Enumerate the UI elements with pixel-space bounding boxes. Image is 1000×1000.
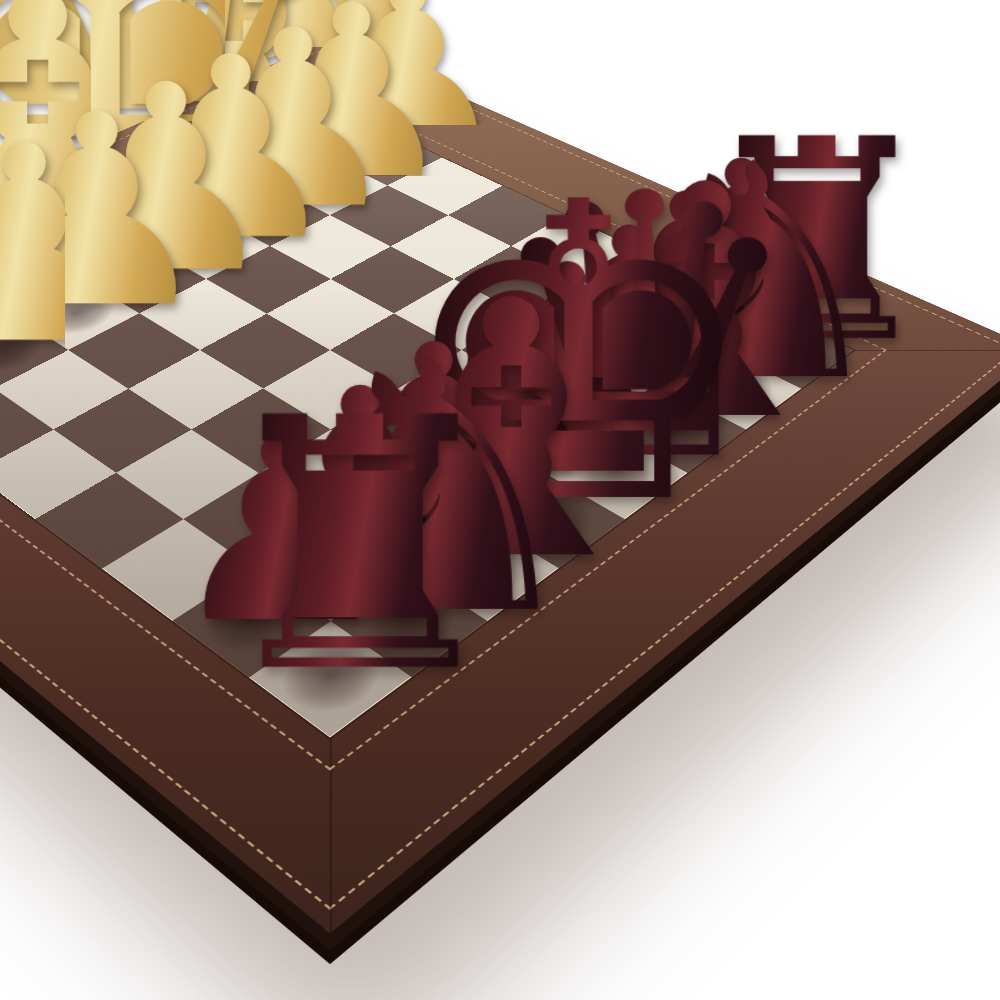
piece-red-rook[interactable]: ♜ (205, 382, 516, 712)
piece-boxwood-pawn[interactable]: ♟ (0, 148, 72, 414)
chess-board: ♜♞♝♚♛♝♞♜♟♟♟♟♟♟♟♟♟♟♟♟♟♟♟♟♜♞♝♚♛♝♞♜ (0, 39, 1000, 933)
corner-seam (330, 738, 333, 934)
scene: ♜♞♝♚♛♝♞♜♟♟♟♟♟♟♟♟♟♟♟♟♟♟♟♟♜♞♝♚♛♝♞♜ (0, 0, 1000, 1000)
